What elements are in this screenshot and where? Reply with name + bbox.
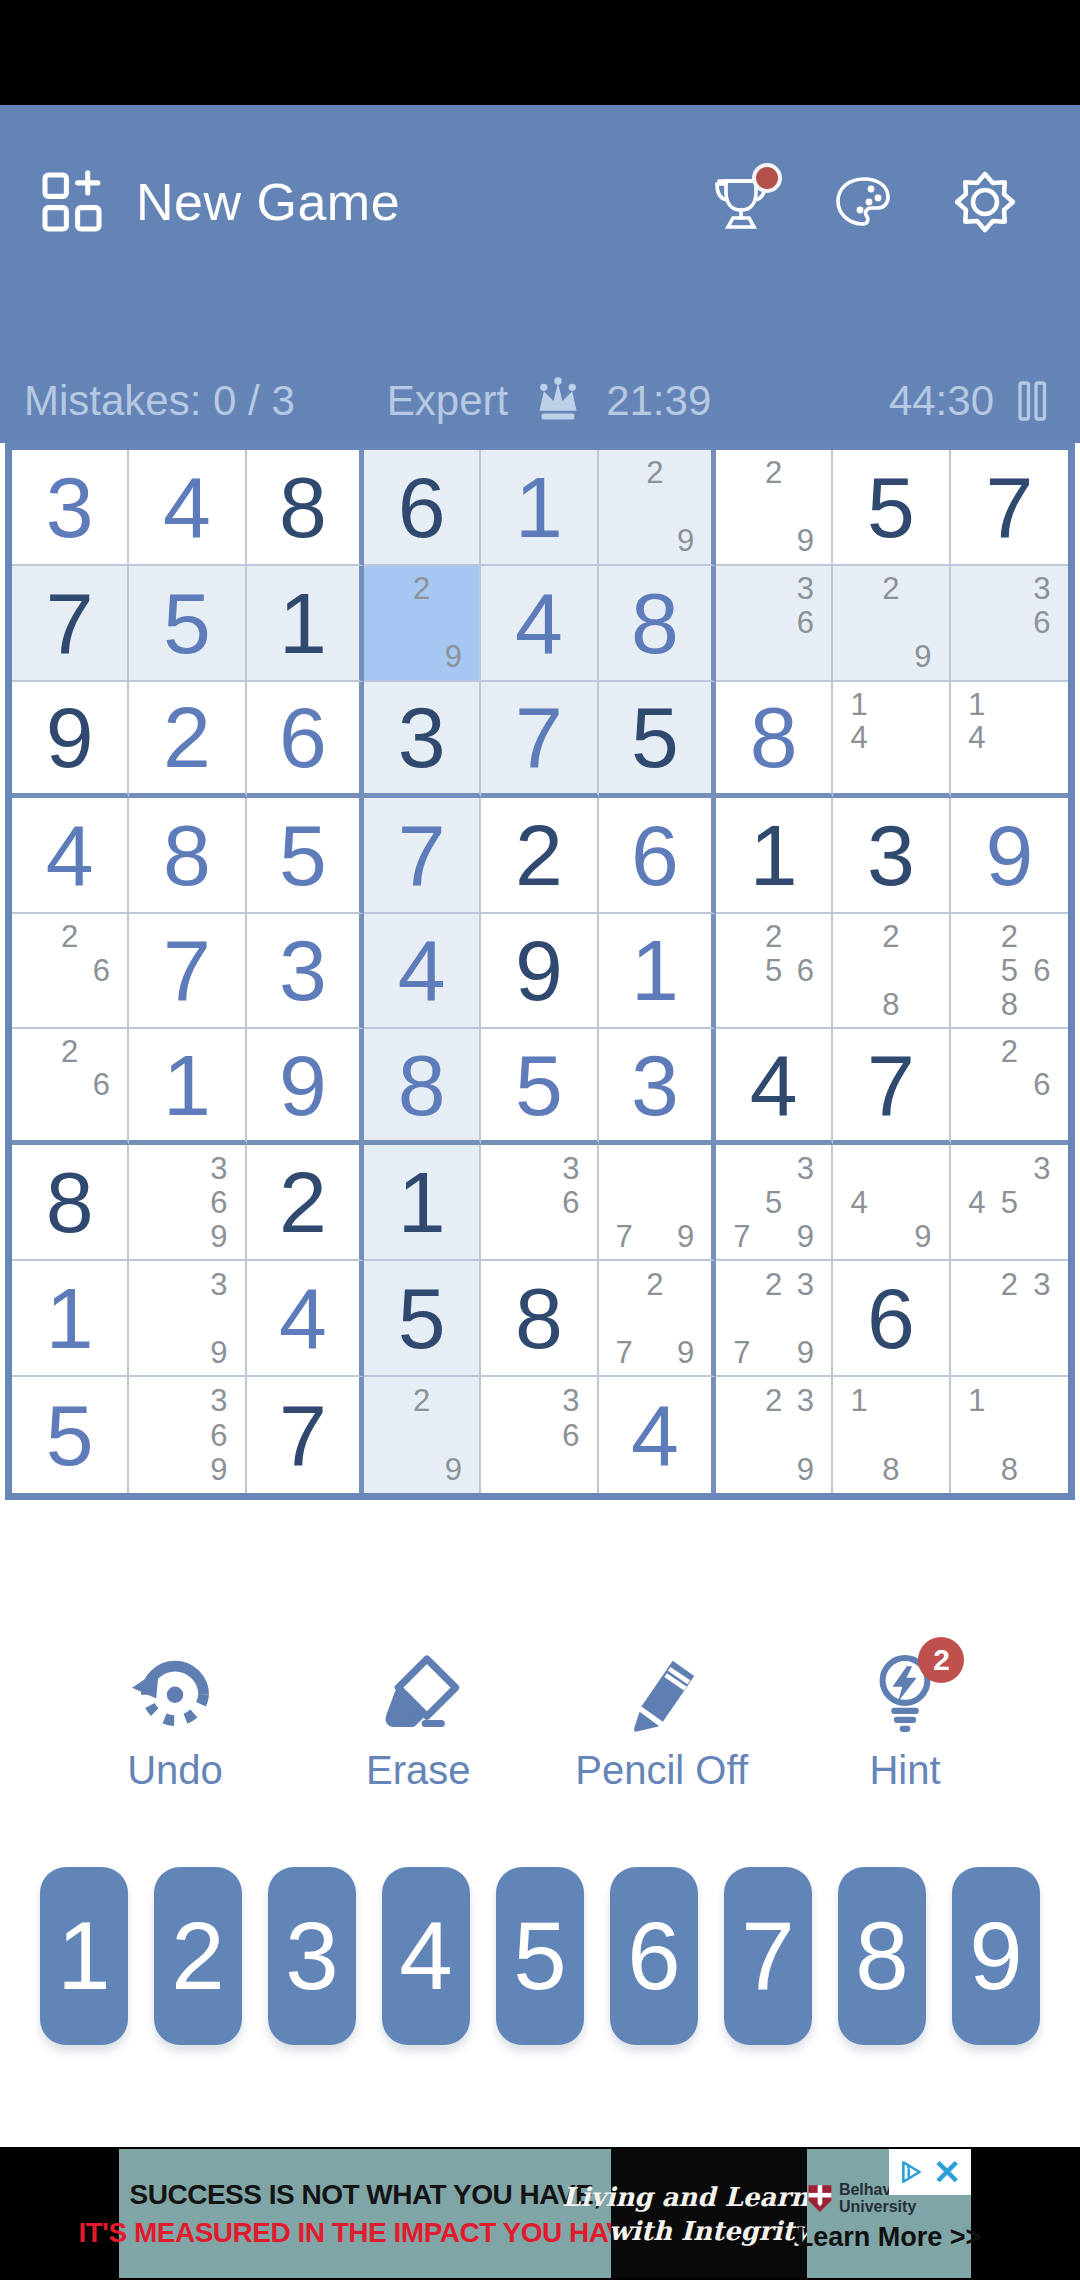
pencil-notes: 29	[833, 566, 948, 680]
cell-r5c7[interactable]: 256	[716, 914, 833, 1030]
cell-r1c6[interactable]: 29	[599, 450, 716, 566]
settings-button[interactable]	[952, 167, 1018, 237]
pencil-notes: 79	[599, 1145, 711, 1259]
cell-r9c1[interactable]: 5	[12, 1377, 129, 1493]
adchoices-controls[interactable]: ✕	[889, 2149, 971, 2195]
cell-r9c4[interactable]: 29	[364, 1377, 481, 1493]
pencil-label: Pencil Off	[575, 1748, 748, 1793]
cell-r7c4[interactable]: 1	[364, 1145, 481, 1261]
cell-r7c6[interactable]: 79	[599, 1145, 716, 1261]
cell-r7c2[interactable]: 369	[129, 1145, 246, 1261]
ad-tagline-panel: Living and Learning with Integrity	[611, 2149, 807, 2278]
numkey-8[interactable]: 8	[838, 1867, 926, 2045]
cell-r1c2[interactable]: 4	[129, 450, 246, 566]
cell-r7c8[interactable]: 49	[833, 1145, 950, 1261]
cell-r6c6[interactable]: 3	[599, 1029, 716, 1145]
pencil-notes: 26	[12, 1029, 127, 1140]
cell-r3c4[interactable]: 3	[364, 682, 481, 798]
cell-r4c6[interactable]: 6	[599, 798, 716, 914]
timer-value: 44:30	[889, 377, 994, 425]
cell-r4c1[interactable]: 4	[12, 798, 129, 914]
cell-r4c8[interactable]: 3	[833, 798, 950, 914]
cell-r1c3[interactable]: 8	[247, 450, 364, 566]
cell-r1c1[interactable]: 3	[12, 450, 129, 566]
cell-r6c2[interactable]: 1	[129, 1029, 246, 1145]
pencil-notes: 36	[716, 566, 831, 680]
numkey-5[interactable]: 5	[496, 1867, 584, 2045]
erase-label: Erase	[366, 1748, 471, 1793]
cell-r5c9[interactable]: 2568	[951, 914, 1068, 1030]
pencil-notes: 256	[716, 914, 831, 1028]
erase-button[interactable]: Erase	[323, 1645, 513, 1793]
cell-r4c9[interactable]: 9	[951, 798, 1068, 914]
cell-r9c5[interactable]: 36	[481, 1377, 598, 1493]
pencil-notes: 14	[951, 682, 1068, 793]
gear-icon	[953, 170, 1017, 234]
numkey-3[interactable]: 3	[268, 1867, 356, 2045]
status-bar	[0, 0, 1080, 105]
university-shield-logo	[807, 2182, 833, 2216]
theme-button[interactable]	[830, 167, 896, 237]
mistakes-counter: Mistakes: 0 / 3	[24, 377, 295, 425]
pause-button[interactable]	[1010, 375, 1056, 427]
pencil-icon	[619, 1650, 705, 1736]
pencil-notes: 29	[599, 450, 711, 564]
pencil-notes: 369	[129, 1377, 244, 1493]
undo-button[interactable]: Undo	[80, 1645, 270, 1793]
cell-r3c8[interactable]: 14	[833, 682, 950, 798]
cell-r2c8[interactable]: 29	[833, 566, 950, 682]
title-row: New Game	[0, 147, 1080, 257]
cell-r7c9[interactable]: 345	[951, 1145, 1068, 1261]
ad-close-icon[interactable]: ✕	[933, 2155, 962, 2189]
cell-r4c4[interactable]: 7	[364, 798, 481, 914]
pencil-notes: 18	[951, 1377, 1068, 1493]
pencil-notes: 23	[951, 1261, 1068, 1375]
cell-r8c4[interactable]: 5	[364, 1261, 481, 1377]
cell-r3c7[interactable]: 8	[716, 682, 833, 798]
pencil-notes: 345	[951, 1145, 1068, 1259]
sudoku-board: 3486129295775129483629369263758141448572…	[5, 443, 1075, 1500]
cell-r4c7[interactable]: 1	[716, 798, 833, 914]
cell-r9c7[interactable]: 239	[716, 1377, 833, 1493]
sudoku-app-screen: New Game	[0, 0, 1080, 2280]
app-header: New Game	[0, 105, 1080, 443]
cell-r8c8[interactable]: 6	[833, 1261, 950, 1377]
numkey-4[interactable]: 4	[382, 1867, 470, 2045]
pencil-button[interactable]: Pencil Off	[567, 1645, 757, 1793]
cell-r3c9[interactable]: 14	[951, 682, 1068, 798]
cell-r2c2[interactable]: 5	[129, 566, 246, 682]
ad-content[interactable]: SUCCESS IS NOT WHAT YOU HAVE, IT'S MEASU…	[119, 2149, 971, 2278]
cell-r9c2[interactable]: 369	[129, 1377, 246, 1493]
cell-r5c4[interactable]: 4	[364, 914, 481, 1030]
cell-r2c7[interactable]: 36	[716, 566, 833, 682]
score-value: 21:39	[606, 377, 711, 425]
ad-headline-panel: SUCCESS IS NOT WHAT YOU HAVE, IT'S MEASU…	[119, 2149, 611, 2278]
adchoices-icon[interactable]	[899, 2159, 925, 2185]
cell-r6c8[interactable]: 7	[833, 1029, 950, 1145]
cell-r6c9[interactable]: 26	[951, 1029, 1068, 1145]
cell-r9c3[interactable]: 7	[247, 1377, 364, 1493]
pencil-notes: 3579	[716, 1145, 831, 1259]
numkey-2[interactable]: 2	[154, 1867, 242, 2045]
hint-label: Hint	[869, 1748, 940, 1793]
pencil-notes: 279	[599, 1261, 711, 1375]
pencil-notes: 26	[12, 914, 127, 1028]
cell-r8c6[interactable]: 279	[599, 1261, 716, 1377]
cell-r6c4[interactable]: 8	[364, 1029, 481, 1145]
cell-r5c8[interactable]: 28	[833, 914, 950, 1030]
header-icons	[708, 167, 1044, 237]
difficulty-label: Expert	[387, 377, 508, 425]
cell-r1c4[interactable]: 6	[364, 450, 481, 566]
cell-r1c5[interactable]: 1	[481, 450, 598, 566]
cell-r1c8[interactable]: 5	[833, 450, 950, 566]
pencil-notes: 239	[716, 1377, 831, 1493]
cell-r8c5[interactable]: 8	[481, 1261, 598, 1377]
cell-r9c6[interactable]: 4	[599, 1377, 716, 1493]
cell-r5c3[interactable]: 3	[247, 914, 364, 1030]
pencil-notes: 39	[129, 1261, 244, 1375]
toolbar: Undo Erase Pencil Off	[0, 1645, 1080, 1793]
undo-label: Undo	[127, 1748, 223, 1793]
ad-tagline-2: with Integrity	[609, 2216, 810, 2246]
pencil-notes: 36	[481, 1145, 596, 1259]
cell-r6c5[interactable]: 5	[481, 1029, 598, 1145]
cell-r6c1[interactable]: 26	[12, 1029, 129, 1145]
numkey-1[interactable]: 1	[40, 1867, 128, 2045]
cell-r8c7[interactable]: 2379	[716, 1261, 833, 1377]
cell-r5c1[interactable]: 26	[12, 914, 129, 1030]
cell-r2c1[interactable]: 7	[12, 566, 129, 682]
cell-r3c2[interactable]: 2	[129, 682, 246, 798]
cell-r2c5[interactable]: 4	[481, 566, 598, 682]
pencil-notes: 29	[364, 566, 479, 680]
cell-r7c5[interactable]: 36	[481, 1145, 598, 1261]
pencil-notes: 29	[364, 1377, 479, 1493]
cell-r2c6[interactable]: 8	[599, 566, 716, 682]
cell-r7c1[interactable]: 8	[12, 1145, 129, 1261]
pencil-notes: 28	[833, 914, 948, 1028]
cell-r8c1[interactable]: 1	[12, 1261, 129, 1377]
cell-r6c7[interactable]: 4	[716, 1029, 833, 1145]
numkey-9[interactable]: 9	[952, 1867, 1040, 2045]
eraser-icon	[375, 1650, 461, 1736]
ad-cta-link[interactable]: Learn More >>	[797, 2222, 982, 2253]
cell-r7c7[interactable]: 3579	[716, 1145, 833, 1261]
pencil-notes: 2568	[951, 914, 1068, 1028]
ad-headline-1: SUCCESS IS NOT WHAT YOU HAVE,	[130, 2179, 601, 2211]
cell-r3c1[interactable]: 9	[12, 682, 129, 798]
pencil-notes: 369	[129, 1145, 244, 1259]
cell-r2c4[interactable]: 29	[364, 566, 481, 682]
crown-icon	[532, 377, 584, 425]
pencil-notes: 18	[833, 1377, 948, 1493]
cell-r3c3[interactable]: 6	[247, 682, 364, 798]
page-title: New Game	[136, 172, 400, 232]
pencil-notes: 36	[481, 1377, 596, 1493]
cell-r8c3[interactable]: 4	[247, 1261, 364, 1377]
cell-r5c6[interactable]: 1	[599, 914, 716, 1030]
cell-r5c5[interactable]: 9	[481, 914, 598, 1030]
number-pad: 123456789	[0, 1867, 1080, 2045]
ad-banner[interactable]: SUCCESS IS NOT WHAT YOU HAVE, IT'S MEASU…	[0, 2147, 1080, 2280]
pencil-notes: 29	[716, 450, 831, 564]
cell-r8c2[interactable]: 39	[129, 1261, 246, 1377]
cell-r4c3[interactable]: 5	[247, 798, 364, 914]
trophy-notification-dot	[752, 163, 782, 193]
cell-r9c9[interactable]: 18	[951, 1377, 1068, 1493]
pencil-notes: 26	[951, 1029, 1068, 1140]
hint-button[interactable]: 2 Hint	[810, 1645, 1000, 1793]
trophy-button[interactable]	[708, 167, 774, 237]
cell-r3c5[interactable]: 7	[481, 682, 598, 798]
numkey-7[interactable]: 7	[724, 1867, 812, 2045]
pencil-notes: 2379	[716, 1261, 831, 1375]
cell-r5c2[interactable]: 7	[129, 914, 246, 1030]
palette-icon	[831, 172, 895, 232]
cell-r4c2[interactable]: 8	[129, 798, 246, 914]
cell-r1c7[interactable]: 29	[716, 450, 833, 566]
cell-r9c8[interactable]: 18	[833, 1377, 950, 1493]
pencil-notes: 36	[951, 566, 1068, 680]
undo-icon	[132, 1650, 218, 1736]
cell-r8c9[interactable]: 23	[951, 1261, 1068, 1377]
cell-r3c6[interactable]: 5	[599, 682, 716, 798]
cell-r7c3[interactable]: 2	[247, 1145, 364, 1261]
numkey-6[interactable]: 6	[610, 1867, 698, 2045]
cell-r2c9[interactable]: 36	[951, 566, 1068, 682]
cell-r2c3[interactable]: 1	[247, 566, 364, 682]
cell-r4c5[interactable]: 2	[481, 798, 598, 914]
ad-headline-2: IT'S MEASURED IN THE IMPACT YOU HAVE!	[78, 2217, 651, 2249]
cell-r6c3[interactable]: 9	[247, 1029, 364, 1145]
stats-row: Mistakes: 0 / 3 Expert 21:39 44:30	[0, 375, 1080, 427]
hint-count-badge: 2	[918, 1637, 964, 1683]
pencil-notes: 14	[833, 682, 948, 793]
cell-r1c9[interactable]: 7	[951, 450, 1068, 566]
pencil-notes: 49	[833, 1145, 948, 1259]
new-game-icon[interactable]	[36, 166, 108, 238]
